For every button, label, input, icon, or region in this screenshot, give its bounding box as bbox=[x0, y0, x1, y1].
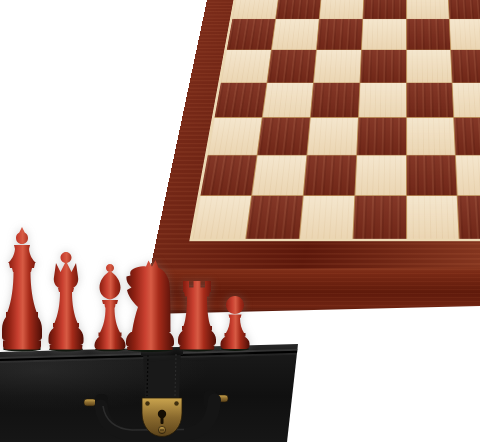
square bbox=[353, 196, 406, 239]
product-photo-scene bbox=[0, 0, 480, 442]
square bbox=[456, 156, 480, 196]
piece-pawn bbox=[221, 296, 250, 351]
square bbox=[232, 0, 279, 19]
square bbox=[267, 50, 315, 82]
square bbox=[215, 83, 267, 117]
lock-screw bbox=[145, 401, 149, 405]
square bbox=[307, 118, 357, 155]
square bbox=[221, 50, 271, 82]
square bbox=[449, 0, 480, 19]
square bbox=[451, 50, 480, 82]
square bbox=[450, 19, 480, 49]
square bbox=[355, 156, 406, 196]
square bbox=[360, 50, 406, 82]
square bbox=[317, 19, 362, 49]
handle-pin-left bbox=[84, 399, 96, 406]
square bbox=[272, 19, 319, 49]
square bbox=[257, 118, 309, 155]
piece-king bbox=[2, 227, 42, 351]
square bbox=[311, 83, 360, 117]
square bbox=[314, 50, 361, 82]
piece-bishop bbox=[95, 264, 126, 351]
square bbox=[358, 83, 405, 117]
lock bbox=[142, 398, 182, 437]
square bbox=[362, 19, 406, 49]
square bbox=[406, 83, 453, 117]
square bbox=[276, 0, 321, 19]
square bbox=[406, 0, 449, 19]
square bbox=[458, 196, 480, 239]
square bbox=[227, 19, 275, 49]
square bbox=[303, 156, 355, 196]
square bbox=[300, 196, 354, 239]
square bbox=[363, 0, 406, 19]
square bbox=[319, 0, 363, 19]
square bbox=[200, 156, 256, 196]
square bbox=[406, 156, 457, 196]
square bbox=[357, 118, 406, 155]
square bbox=[406, 50, 452, 82]
square bbox=[454, 118, 480, 155]
piece-queen bbox=[49, 252, 84, 351]
display-pieces-row bbox=[0, 225, 260, 355]
lock-screw bbox=[174, 401, 178, 405]
piece-rook bbox=[178, 281, 216, 352]
piece-knight bbox=[126, 260, 174, 352]
square bbox=[406, 19, 450, 49]
square bbox=[453, 83, 480, 117]
square bbox=[406, 196, 459, 239]
square bbox=[263, 83, 313, 117]
board-grid bbox=[189, 0, 480, 241]
square bbox=[208, 118, 262, 155]
square bbox=[252, 156, 306, 196]
square bbox=[406, 118, 455, 155]
